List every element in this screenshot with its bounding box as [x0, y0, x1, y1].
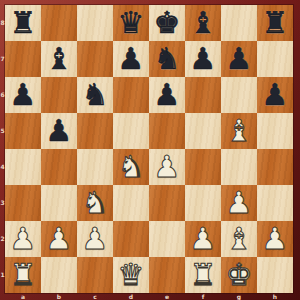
file-label-b: b [54, 293, 64, 300]
file-label-g: g [234, 293, 244, 300]
square-b6[interactable] [41, 77, 77, 113]
square-d7[interactable]: ♟ [113, 41, 149, 77]
square-e2[interactable] [149, 221, 185, 257]
square-g1[interactable]: ♚ [221, 257, 257, 293]
square-e7[interactable]: ♞ [149, 41, 185, 77]
rank-label-6: 6 [0, 92, 5, 98]
rank-label-2: 2 [0, 236, 5, 242]
square-e1[interactable] [149, 257, 185, 293]
square-d6[interactable] [113, 77, 149, 113]
square-a7[interactable] [5, 41, 41, 77]
square-c7[interactable] [77, 41, 113, 77]
square-h2[interactable]: ♟ [257, 221, 293, 257]
black-king-e8[interactable]: ♚ [149, 5, 185, 41]
chess-board: ♜♛♚♝♜♝♟♞♟♟♟♞♟♟♟♝♞♟♞♟♟♟♟♟♝♟♜♛♜♚ [5, 5, 293, 293]
square-a1[interactable]: ♜ [5, 257, 41, 293]
square-f2[interactable]: ♟ [185, 221, 221, 257]
square-c8[interactable] [77, 5, 113, 41]
square-h1[interactable] [257, 257, 293, 293]
black-queen-d8[interactable]: ♛ [113, 5, 149, 41]
file-label-a: a [18, 293, 28, 300]
square-h6[interactable]: ♟ [257, 77, 293, 113]
black-knight-e7[interactable]: ♞ [149, 41, 185, 77]
square-d3[interactable] [113, 185, 149, 221]
file-label-e: e [162, 293, 172, 300]
rank-label-3: 3 [0, 200, 5, 206]
square-c3[interactable]: ♞ [77, 185, 113, 221]
black-knight-c6[interactable]: ♞ [77, 77, 113, 113]
square-f1[interactable]: ♜ [185, 257, 221, 293]
square-e5[interactable] [149, 113, 185, 149]
square-b3[interactable] [41, 185, 77, 221]
square-d1[interactable]: ♛ [113, 257, 149, 293]
white-pawn-a2[interactable]: ♟ [5, 221, 41, 257]
square-d2[interactable] [113, 221, 149, 257]
square-f7[interactable]: ♟ [185, 41, 221, 77]
black-pawn-b5[interactable]: ♟ [41, 113, 77, 149]
square-e8[interactable]: ♚ [149, 5, 185, 41]
white-pawn-b2[interactable]: ♟ [41, 221, 77, 257]
square-a3[interactable] [5, 185, 41, 221]
white-bishop-g2[interactable]: ♝ [221, 221, 257, 257]
black-rook-a8[interactable]: ♜ [5, 5, 41, 41]
rank-label-1: 1 [0, 272, 5, 278]
square-d4[interactable]: ♞ [113, 149, 149, 185]
black-pawn-g7[interactable]: ♟ [221, 41, 257, 77]
square-e4[interactable]: ♟ [149, 149, 185, 185]
square-b2[interactable]: ♟ [41, 221, 77, 257]
square-f5[interactable] [185, 113, 221, 149]
square-g8[interactable] [221, 5, 257, 41]
black-pawn-f7[interactable]: ♟ [185, 41, 221, 77]
square-h5[interactable] [257, 113, 293, 149]
chess-board-frame: ♜♛♚♝♜♝♟♞♟♟♟♞♟♟♟♝♞♟♞♟♟♟♟♟♝♟♜♛♜♚ 87654321a… [0, 0, 300, 300]
square-e6[interactable]: ♟ [149, 77, 185, 113]
white-pawn-g3[interactable]: ♟ [221, 185, 257, 221]
file-label-c: c [90, 293, 100, 300]
square-h7[interactable] [257, 41, 293, 77]
square-d5[interactable] [113, 113, 149, 149]
rank-label-7: 7 [0, 56, 5, 62]
white-king-g1[interactable]: ♚ [221, 257, 257, 293]
square-a6[interactable]: ♟ [5, 77, 41, 113]
square-f8[interactable]: ♝ [185, 5, 221, 41]
square-e3[interactable] [149, 185, 185, 221]
square-a2[interactable]: ♟ [5, 221, 41, 257]
square-g5[interactable]: ♝ [221, 113, 257, 149]
square-c4[interactable] [77, 149, 113, 185]
file-label-d: d [126, 293, 136, 300]
square-b5[interactable]: ♟ [41, 113, 77, 149]
black-pawn-h6[interactable]: ♟ [257, 77, 293, 113]
square-c2[interactable]: ♟ [77, 221, 113, 257]
black-bishop-b7[interactable]: ♝ [41, 41, 77, 77]
square-g2[interactable]: ♝ [221, 221, 257, 257]
square-g6[interactable] [221, 77, 257, 113]
square-h4[interactable] [257, 149, 293, 185]
black-pawn-a6[interactable]: ♟ [5, 77, 41, 113]
white-rook-a1[interactable]: ♜ [5, 257, 41, 293]
square-g4[interactable] [221, 149, 257, 185]
white-rook-f1[interactable]: ♜ [185, 257, 221, 293]
file-label-h: h [270, 293, 280, 300]
white-pawn-h2[interactable]: ♟ [257, 221, 293, 257]
square-g7[interactable]: ♟ [221, 41, 257, 77]
rank-label-4: 4 [0, 164, 5, 170]
black-pawn-e6[interactable]: ♟ [149, 77, 185, 113]
square-b1[interactable] [41, 257, 77, 293]
square-c6[interactable]: ♞ [77, 77, 113, 113]
square-c1[interactable] [77, 257, 113, 293]
square-f3[interactable] [185, 185, 221, 221]
square-f6[interactable] [185, 77, 221, 113]
white-pawn-e4[interactable]: ♟ [149, 149, 185, 185]
square-a4[interactable] [5, 149, 41, 185]
square-f4[interactable] [185, 149, 221, 185]
rank-label-5: 5 [0, 128, 5, 134]
square-h3[interactable] [257, 185, 293, 221]
white-queen-d1[interactable]: ♛ [113, 257, 149, 293]
white-knight-d4[interactable]: ♞ [113, 149, 149, 185]
square-b4[interactable] [41, 149, 77, 185]
square-g3[interactable]: ♟ [221, 185, 257, 221]
white-knight-c3[interactable]: ♞ [77, 185, 113, 221]
black-bishop-f8[interactable]: ♝ [185, 5, 221, 41]
white-bishop-g5[interactable]: ♝ [221, 113, 257, 149]
square-c5[interactable] [77, 113, 113, 149]
square-a8[interactable]: ♜ [5, 5, 41, 41]
white-pawn-c2[interactable]: ♟ [77, 221, 113, 257]
square-b7[interactable]: ♝ [41, 41, 77, 77]
rank-label-8: 8 [0, 20, 5, 26]
square-h8[interactable]: ♜ [257, 5, 293, 41]
white-pawn-f2[interactable]: ♟ [185, 221, 221, 257]
square-b8[interactable] [41, 5, 77, 41]
black-pawn-d7[interactable]: ♟ [113, 41, 149, 77]
square-a5[interactable] [5, 113, 41, 149]
square-d8[interactable]: ♛ [113, 5, 149, 41]
black-rook-h8[interactable]: ♜ [257, 5, 293, 41]
file-label-f: f [198, 293, 208, 300]
